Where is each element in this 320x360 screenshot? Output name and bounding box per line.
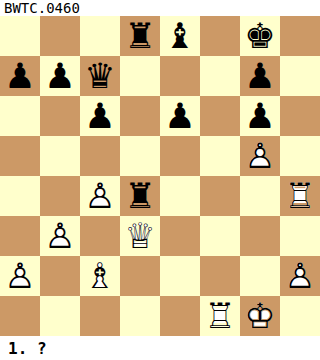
square-h1[interactable] [280, 296, 320, 336]
square-c2[interactable]: ♝♗ [80, 256, 120, 296]
square-e7[interactable] [160, 56, 200, 96]
square-e3[interactable] [160, 216, 200, 256]
piece-white-queen[interactable]: ♛♕ [120, 216, 160, 256]
piece-white-bishop[interactable]: ♝♗ [80, 256, 120, 296]
square-f2[interactable] [200, 256, 240, 296]
square-h4[interactable]: ♜♖ [280, 176, 320, 216]
piece-glyph: ♟ [80, 96, 120, 136]
square-f4[interactable] [200, 176, 240, 216]
move-prompt: 1. ? [8, 338, 47, 360]
piece-glyph: ♟ [240, 56, 280, 96]
piece-black-pawn[interactable]: ♟ [240, 96, 280, 136]
piece-black-pawn[interactable]: ♟ [40, 56, 80, 96]
square-b8[interactable] [40, 16, 80, 56]
square-c4[interactable]: ♟♙ [80, 176, 120, 216]
square-c8[interactable] [80, 16, 120, 56]
square-d7[interactable] [120, 56, 160, 96]
square-e8[interactable]: ♝ [160, 16, 200, 56]
piece-glyph: ♟ [0, 56, 40, 96]
square-b7[interactable]: ♟ [40, 56, 80, 96]
piece-black-queen[interactable]: ♛ [80, 56, 120, 96]
piece-white-rook[interactable]: ♜♖ [280, 176, 320, 216]
square-c1[interactable] [80, 296, 120, 336]
piece-black-pawn[interactable]: ♟ [0, 56, 40, 96]
square-g1[interactable]: ♚♔ [240, 296, 280, 336]
piece-black-pawn[interactable]: ♟ [160, 96, 200, 136]
square-h3[interactable] [280, 216, 320, 256]
square-g8[interactable]: ♚ [240, 16, 280, 56]
square-b1[interactable] [40, 296, 80, 336]
piece-black-king[interactable]: ♚ [240, 16, 280, 56]
square-d4[interactable]: ♜ [120, 176, 160, 216]
piece-black-bishop[interactable]: ♝ [160, 16, 200, 56]
square-b3[interactable]: ♟♙ [40, 216, 80, 256]
piece-glyph: ♜ [120, 176, 160, 216]
square-f6[interactable] [200, 96, 240, 136]
square-h7[interactable] [280, 56, 320, 96]
square-b4[interactable] [40, 176, 80, 216]
square-g2[interactable] [240, 256, 280, 296]
piece-outline-glyph: ♙ [80, 176, 120, 216]
square-d1[interactable] [120, 296, 160, 336]
square-e5[interactable] [160, 136, 200, 176]
chess-board[interactable]: ♜♝♚♟♟♛♟♟♟♟♟♙♟♙♜♜♖♟♙♛♕♟♙♝♗♟♙♜♖♚♔ [0, 16, 320, 336]
piece-outline-glyph: ♙ [280, 256, 320, 296]
square-a8[interactable] [0, 16, 40, 56]
square-f7[interactable] [200, 56, 240, 96]
piece-outline-glyph: ♖ [200, 296, 240, 336]
square-e2[interactable] [160, 256, 200, 296]
square-b5[interactable] [40, 136, 80, 176]
square-c7[interactable]: ♛ [80, 56, 120, 96]
square-f1[interactable]: ♜♖ [200, 296, 240, 336]
piece-white-king[interactable]: ♚♔ [240, 296, 280, 336]
square-a5[interactable] [0, 136, 40, 176]
square-g6[interactable]: ♟ [240, 96, 280, 136]
piece-glyph: ♚ [240, 16, 280, 56]
piece-black-rook[interactable]: ♜ [120, 176, 160, 216]
piece-black-pawn[interactable]: ♟ [80, 96, 120, 136]
square-a4[interactable] [0, 176, 40, 216]
piece-black-rook[interactable]: ♜ [120, 16, 160, 56]
square-c5[interactable] [80, 136, 120, 176]
square-c6[interactable]: ♟ [80, 96, 120, 136]
square-a1[interactable] [0, 296, 40, 336]
piece-outline-glyph: ♕ [120, 216, 160, 256]
piece-outline-glyph: ♙ [0, 256, 40, 296]
chess-app-window: BWTC.0460 ♜♝♚♟♟♛♟♟♟♟♟♙♟♙♜♜♖♟♙♛♕♟♙♝♗♟♙♜♖♚… [0, 0, 320, 360]
square-a6[interactable] [0, 96, 40, 136]
square-h2[interactable]: ♟♙ [280, 256, 320, 296]
square-g4[interactable] [240, 176, 280, 216]
square-g7[interactable]: ♟ [240, 56, 280, 96]
piece-outline-glyph: ♙ [240, 136, 280, 176]
piece-glyph: ♟ [160, 96, 200, 136]
square-e6[interactable]: ♟ [160, 96, 200, 136]
piece-white-pawn[interactable]: ♟♙ [0, 256, 40, 296]
square-h6[interactable] [280, 96, 320, 136]
square-f3[interactable] [200, 216, 240, 256]
square-a2[interactable]: ♟♙ [0, 256, 40, 296]
square-f5[interactable] [200, 136, 240, 176]
piece-outline-glyph: ♔ [240, 296, 280, 336]
piece-white-pawn[interactable]: ♟♙ [80, 176, 120, 216]
square-h5[interactable] [280, 136, 320, 176]
piece-glyph: ♜ [120, 16, 160, 56]
square-c3[interactable] [80, 216, 120, 256]
piece-glyph: ♝ [160, 16, 200, 56]
square-d5[interactable] [120, 136, 160, 176]
square-d6[interactable] [120, 96, 160, 136]
square-f8[interactable] [200, 16, 240, 56]
piece-glyph: ♟ [240, 96, 280, 136]
square-d3[interactable]: ♛♕ [120, 216, 160, 256]
piece-glyph: ♛ [80, 56, 120, 96]
puzzle-title: BWTC.0460 [4, 0, 80, 16]
square-h8[interactable] [280, 16, 320, 56]
square-a7[interactable]: ♟ [0, 56, 40, 96]
piece-white-pawn[interactable]: ♟♙ [240, 136, 280, 176]
piece-white-pawn[interactable]: ♟♙ [280, 256, 320, 296]
square-d8[interactable]: ♜ [120, 16, 160, 56]
piece-outline-glyph: ♙ [40, 216, 80, 256]
piece-black-pawn[interactable]: ♟ [240, 56, 280, 96]
square-e4[interactable] [160, 176, 200, 216]
square-g3[interactable] [240, 216, 280, 256]
square-a3[interactable] [0, 216, 40, 256]
piece-outline-glyph: ♖ [280, 176, 320, 216]
square-e1[interactable] [160, 296, 200, 336]
square-b6[interactable] [40, 96, 80, 136]
square-d2[interactable] [120, 256, 160, 296]
piece-white-rook[interactable]: ♜♖ [200, 296, 240, 336]
square-g5[interactable]: ♟♙ [240, 136, 280, 176]
square-b2[interactable] [40, 256, 80, 296]
piece-glyph: ♟ [40, 56, 80, 96]
piece-white-pawn[interactable]: ♟♙ [40, 216, 80, 256]
piece-outline-glyph: ♗ [80, 256, 120, 296]
